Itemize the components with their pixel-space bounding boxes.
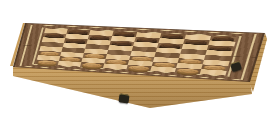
front-latch (118, 93, 129, 103)
board-square (150, 66, 176, 72)
board-square: ⛂ (126, 65, 151, 71)
light-piece: ⛂ (38, 60, 57, 65)
board-square: ⛂ (36, 60, 59, 66)
board-square (200, 69, 227, 75)
light-piece: ⛂ (82, 63, 102, 68)
board-square (103, 63, 128, 69)
board-square: ⛂ (175, 68, 201, 74)
light-piece: ⛂ (128, 65, 149, 70)
board-square (58, 61, 82, 67)
light-piece: ⛂ (177, 68, 199, 73)
board-square: ⛂ (80, 62, 104, 68)
playing-field: ⛂⛂⛂⛂⛂⛂⛂⛂⛂⛂⛂⛂⛂⛂⛂⛂⛂⛂⛂⛂⛂⛂⛂⛂ (36, 28, 237, 75)
board-photo: ⛂⛂⛂⛂⛂⛂⛂⛂⛂⛂⛂⛂⛂⛂⛂⛂⛂⛂⛂⛂⛂⛂⛂⛂ (0, 0, 267, 124)
